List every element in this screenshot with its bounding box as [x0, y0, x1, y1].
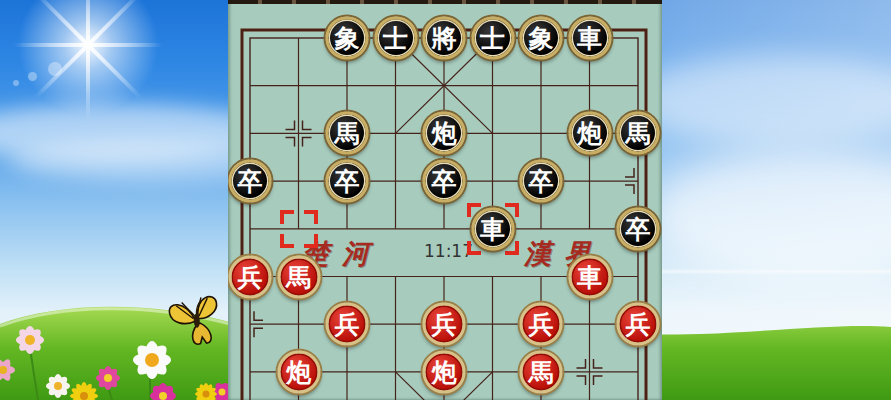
piece-glyph: 馬 — [286, 264, 311, 289]
piece-glyph: 卒 — [238, 169, 263, 194]
piece-glyph: 炮 — [432, 359, 457, 384]
piece-red-soldier[interactable]: 兵 — [520, 303, 563, 346]
piece-black-cannon[interactable]: 炮 — [423, 112, 466, 155]
piece-black-elephant[interactable]: 象 — [326, 17, 369, 60]
piece-black-chariot[interactable]: 車 — [568, 17, 611, 60]
piece-glyph: 馬 — [529, 359, 554, 384]
piece-black-soldier[interactable]: 卒 — [617, 207, 660, 250]
piece-glyph: 象 — [335, 26, 360, 51]
piece-black-horse[interactable]: 馬 — [326, 112, 369, 155]
piece-glyph: 卒 — [529, 169, 554, 194]
piece-glyph: 將 — [432, 26, 457, 51]
piece-black-soldier[interactable]: 卒 — [520, 160, 563, 203]
piece-glyph: 兵 — [529, 312, 554, 337]
piece-black-soldier[interactable]: 卒 — [326, 160, 369, 203]
piece-glyph: 車 — [577, 26, 602, 51]
lens-flare — [13, 80, 19, 86]
lens-flare — [48, 62, 62, 76]
piece-red-horse[interactable]: 馬 — [520, 350, 563, 393]
piece-glyph: 兵 — [238, 264, 263, 289]
piece-red-cannon[interactable]: 炮 — [423, 350, 466, 393]
piece-black-soldier[interactable]: 卒 — [229, 160, 272, 203]
piece-glyph: 兵 — [432, 312, 457, 337]
piece-red-horse[interactable]: 馬 — [277, 255, 320, 298]
piece-red-soldier[interactable]: 兵 — [423, 303, 466, 346]
move-marker-from — [280, 210, 318, 248]
piece-glyph: 馬 — [335, 121, 360, 146]
piece-black-soldier[interactable]: 卒 — [423, 160, 466, 203]
piece-glyph: 炮 — [286, 359, 311, 384]
piece-glyph: 兵 — [626, 312, 651, 337]
xiangqi-board-panel: 楚河 漢界 11:17 象士將士象車馬炮炮馬卒卒卒卒車卒兵馬車兵兵兵兵炮炮馬 — [228, 0, 662, 400]
piece-red-soldier[interactable]: 兵 — [326, 303, 369, 346]
piece-black-cannon[interactable]: 炮 — [568, 112, 611, 155]
piece-red-cannon[interactable]: 炮 — [277, 350, 320, 393]
piece-glyph: 馬 — [626, 121, 651, 146]
piece-black-advisor[interactable]: 士 — [374, 17, 417, 60]
piece-glyph: 士 — [383, 26, 408, 51]
lens-flare — [28, 72, 37, 81]
desktop-scene: 楚河 漢界 11:17 象士將士象車馬炮炮馬卒卒卒卒車卒兵馬車兵兵兵兵炮炮馬 — [0, 0, 891, 400]
piece-glyph: 卒 — [626, 216, 651, 241]
piece-glyph: 士 — [480, 26, 505, 51]
piece-black-chariot[interactable]: 車 — [471, 207, 514, 250]
piece-glyph: 車 — [577, 264, 602, 289]
piece-red-soldier[interactable]: 兵 — [229, 255, 272, 298]
piece-red-chariot[interactable]: 車 — [568, 255, 611, 298]
piece-glyph: 車 — [480, 216, 505, 241]
butterfly-icon — [166, 294, 226, 350]
horizon-haze — [660, 270, 891, 273]
piece-glyph: 兵 — [335, 312, 360, 337]
piece-glyph: 卒 — [432, 169, 457, 194]
piece-black-elephant[interactable]: 象 — [520, 17, 563, 60]
piece-black-horse[interactable]: 馬 — [617, 112, 660, 155]
piece-black-general[interactable]: 將 — [423, 17, 466, 60]
piece-glyph: 炮 — [577, 121, 602, 146]
piece-glyph: 卒 — [335, 169, 360, 194]
piece-black-advisor[interactable]: 士 — [471, 17, 514, 60]
piece-red-soldier[interactable]: 兵 — [617, 303, 660, 346]
piece-glyph: 炮 — [432, 121, 457, 146]
piece-glyph: 象 — [529, 26, 554, 51]
